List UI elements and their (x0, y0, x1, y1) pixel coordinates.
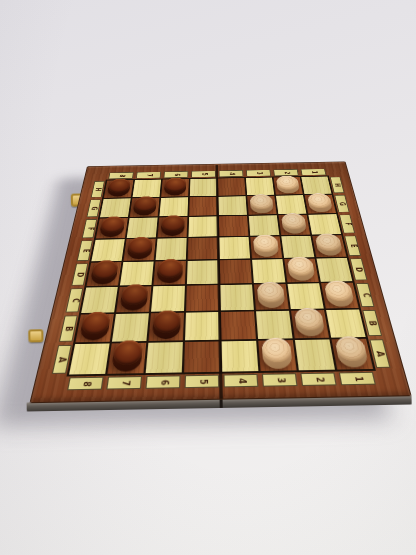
square-A4[interactable] (222, 341, 259, 372)
left-label-text-C: C (70, 298, 79, 303)
square-D1[interactable] (316, 258, 352, 282)
bottom-label-text-5: 5 (197, 379, 206, 385)
square-A8[interactable] (69, 343, 110, 374)
square-A2[interactable] (295, 339, 335, 370)
bottom-label-text-3: 3 (275, 377, 284, 383)
square-A6[interactable] (146, 342, 183, 373)
top-label-text-6: 6 (173, 173, 179, 176)
square-F7[interactable] (127, 217, 158, 237)
square-D7[interactable] (120, 262, 154, 286)
square-H7[interactable] (132, 180, 161, 198)
checker-light-e3[interactable] (253, 234, 279, 256)
left-label-text-G: G (90, 206, 97, 210)
right-label-text-H: H (333, 183, 340, 187)
bottom-label-7: 7 (106, 376, 142, 389)
square-C8[interactable] (81, 287, 118, 313)
square-C5[interactable] (186, 285, 219, 311)
bottom-label-text-7: 7 (120, 380, 130, 386)
square-G1[interactable] (305, 195, 336, 214)
board-tilt-wrapper: 87654321 87654321 HGFEDCBA HGFEDCBA (0, 0, 416, 555)
square-D6[interactable] (153, 261, 185, 285)
square-H2[interactable] (274, 177, 303, 195)
top-label-1: 1 (301, 169, 327, 176)
checker-light-a3[interactable] (261, 337, 293, 368)
bottom-label-4: 4 (223, 374, 258, 387)
left-label-text-A: A (57, 356, 67, 362)
square-B7[interactable] (112, 313, 149, 341)
bottom-label-8: 8 (67, 377, 104, 390)
square-B2[interactable] (291, 310, 329, 338)
checker-dark-h8[interactable] (107, 178, 132, 196)
square-E5[interactable] (188, 238, 218, 260)
square-G5[interactable] (189, 197, 217, 216)
square-H8[interactable] (104, 180, 134, 198)
square-D5[interactable] (187, 260, 219, 284)
checker-dark-c7[interactable] (119, 284, 148, 310)
square-A1[interactable] (332, 339, 374, 370)
fold-seam-edge (219, 399, 222, 408)
bottom-label-text-8: 8 (81, 381, 91, 387)
brass-hinge-lower-icon (28, 329, 43, 342)
square-F1[interactable] (308, 214, 341, 234)
left-label-text-E: E (81, 249, 89, 253)
checker-light-c1[interactable] (323, 280, 355, 306)
square-B6[interactable] (148, 313, 183, 341)
square-G2[interactable] (276, 195, 306, 214)
checker-dark-d8[interactable] (90, 260, 119, 284)
top-label-text-1: 1 (310, 171, 317, 174)
left-label-text-H: H (94, 187, 101, 191)
checker-light-b2[interactable] (294, 307, 326, 336)
checker-dark-f8[interactable] (99, 216, 126, 237)
right-label-text-F: F (343, 222, 351, 225)
square-F2[interactable] (279, 215, 311, 235)
checker-dark-f6[interactable] (160, 215, 185, 236)
top-label-text-7: 7 (145, 174, 152, 177)
square-A3[interactable] (258, 340, 296, 371)
square-E3[interactable] (250, 236, 282, 258)
square-H6[interactable] (161, 179, 189, 197)
left-label-text-B: B (64, 326, 73, 331)
bottom-label-text-2: 2 (313, 376, 323, 382)
square-G7[interactable] (130, 198, 160, 217)
square-B1[interactable] (326, 309, 366, 337)
square-D4[interactable] (220, 260, 252, 284)
checker-light-h2[interactable] (276, 175, 300, 193)
right-label-text-C: C (360, 293, 369, 298)
top-label-7: 7 (136, 172, 161, 179)
square-H4[interactable] (218, 178, 245, 196)
square-C6[interactable] (151, 286, 185, 312)
square-G3[interactable] (247, 196, 276, 215)
square-A5[interactable] (184, 341, 220, 372)
square-B8[interactable] (75, 314, 113, 342)
checker-light-g3[interactable] (250, 194, 274, 213)
square-E8[interactable] (91, 239, 124, 261)
checker-dark-h6[interactable] (164, 177, 187, 195)
bottom-label-text-6: 6 (159, 379, 168, 385)
top-label-text-3: 3 (255, 172, 262, 175)
checker-dark-a7[interactable] (111, 340, 143, 372)
square-H5[interactable] (190, 179, 217, 197)
square-E1[interactable] (312, 235, 346, 257)
checker-dark-g7[interactable] (132, 196, 157, 215)
top-label-text-4: 4 (228, 172, 234, 175)
top-label-text-5: 5 (200, 173, 206, 176)
bottom-label-2: 2 (300, 373, 336, 386)
top-label-3: 3 (246, 170, 271, 177)
square-E4[interactable] (219, 237, 250, 259)
right-label-text-D: D (354, 267, 363, 272)
bottom-label-3: 3 (262, 373, 298, 386)
checker-light-f2[interactable] (281, 213, 308, 234)
checkers-board: 87654321 87654321 HGFEDCBA HGFEDCBA (29, 162, 411, 404)
square-F4[interactable] (219, 216, 249, 236)
top-label-4: 4 (219, 170, 244, 177)
bottom-label-1: 1 (339, 372, 376, 385)
bottom-label-5: 5 (185, 375, 220, 388)
checker-dark-b6[interactable] (152, 310, 181, 339)
square-B3[interactable] (256, 311, 293, 339)
square-D2[interactable] (284, 259, 319, 283)
square-E2[interactable] (281, 236, 314, 258)
square-G4[interactable] (219, 196, 247, 215)
square-G6[interactable] (159, 197, 188, 216)
top-label-text-8: 8 (118, 174, 125, 177)
left-label-text-D: D (76, 272, 84, 277)
square-F6[interactable] (158, 217, 188, 237)
square-C3[interactable] (254, 284, 289, 310)
square-C4[interactable] (220, 284, 253, 310)
square-F5[interactable] (188, 216, 217, 236)
checker-dark-d6[interactable] (156, 259, 183, 283)
photo-background: 87654321 87654321 HGFEDCBA HGFEDCBA (0, 0, 416, 555)
top-label-5: 5 (191, 171, 215, 178)
square-H1[interactable] (301, 177, 331, 195)
square-D3[interactable] (252, 259, 285, 283)
right-label-text-E: E (348, 244, 356, 248)
checker-light-d2[interactable] (287, 256, 316, 280)
square-E6[interactable] (156, 238, 187, 260)
checker-light-e1[interactable] (314, 233, 343, 255)
bottom-label-text-4: 4 (236, 378, 245, 384)
bottom-label-text-1: 1 (352, 376, 362, 382)
square-B4[interactable] (221, 311, 256, 339)
top-label-text-2: 2 (283, 171, 290, 174)
square-B5[interactable] (185, 312, 219, 340)
left-label-text-F: F (86, 227, 94, 230)
checker-light-g1[interactable] (307, 193, 333, 212)
square-H3[interactable] (246, 178, 274, 196)
square-C1[interactable] (321, 283, 359, 309)
square-F8[interactable] (96, 218, 128, 238)
right-label-text-G: G (338, 202, 346, 206)
square-E7[interactable] (123, 239, 155, 261)
right-label-text-B: B (367, 320, 376, 325)
square-F3[interactable] (249, 215, 280, 235)
square-C7[interactable] (116, 286, 151, 312)
square-A7[interactable] (107, 343, 146, 374)
bottom-label-6: 6 (145, 375, 180, 388)
checker-dark-e7[interactable] (126, 237, 153, 259)
checker-light-c3[interactable] (257, 281, 286, 307)
square-G8[interactable] (100, 198, 131, 217)
square-D8[interactable] (86, 262, 121, 286)
square-C2[interactable] (288, 283, 324, 309)
checker-light-a1[interactable] (334, 336, 369, 367)
checker-dark-b8[interactable] (79, 311, 111, 340)
right-label-text-A: A (375, 350, 385, 356)
